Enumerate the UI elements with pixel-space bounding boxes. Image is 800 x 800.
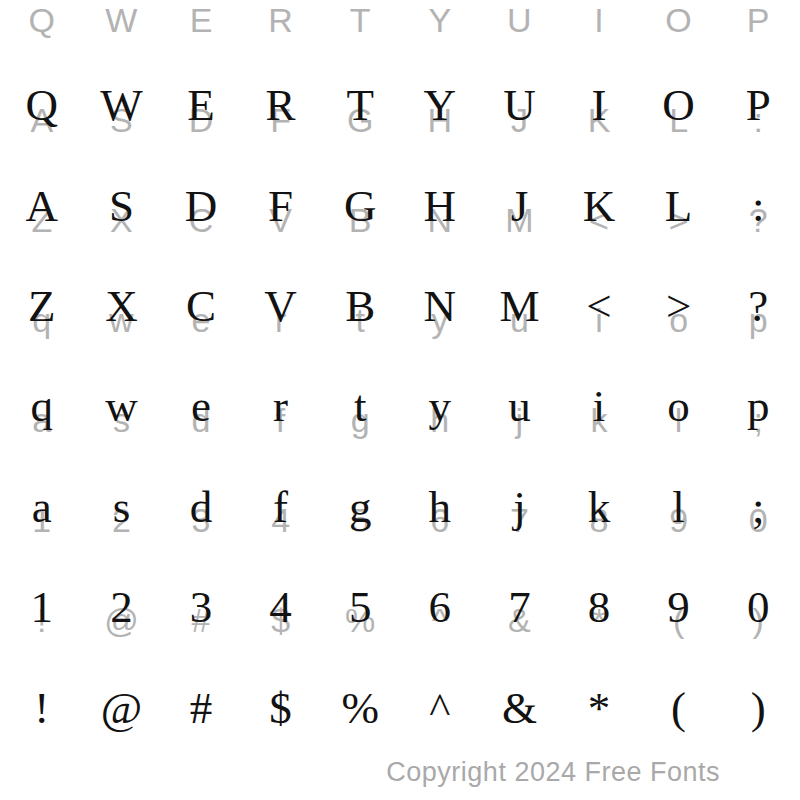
specimen-glyph: g — [320, 457, 400, 557]
specimen-glyph: 6 — [400, 557, 480, 657]
specimen-glyph: M — [480, 256, 560, 356]
specimen-glyph: o — [639, 356, 719, 456]
specimen-glyph: $ — [241, 657, 321, 757]
specimen-glyph: Z — [2, 256, 82, 356]
specimen-glyph: @ — [82, 657, 162, 757]
specimen-glyph: u — [480, 356, 560, 456]
specimen-glyph: G — [320, 155, 400, 255]
specimen-glyph: y — [400, 356, 480, 456]
specimen-glyph: ) — [718, 657, 798, 757]
specimen-glyph: C — [161, 256, 241, 356]
specimen-glyph: 3 — [161, 557, 241, 657]
specimen-glyph: Y — [400, 55, 480, 155]
specimen-glyph: # — [161, 657, 241, 757]
specimen-glyph: ! — [2, 657, 82, 757]
specimen-glyph: & — [480, 657, 560, 757]
specimen-glyph: l — [639, 457, 719, 557]
font-specimen-sheet: QWERTYUIOPASDFGHJKL:ZXCVBNM<>?qwertyuiop… — [0, 0, 800, 800]
specimen-glyph: i — [559, 356, 639, 456]
specimen-glyph: O — [639, 55, 719, 155]
copyright-watermark: Copyright 2024 Free Fonts — [386, 757, 720, 788]
specimen-glyph: 0 — [718, 557, 798, 657]
specimen-glyph: Q — [2, 55, 82, 155]
specimen-glyph: 5 — [320, 557, 400, 657]
specimen-glyph: ; — [718, 457, 798, 557]
specimen-glyph: P — [718, 55, 798, 155]
specimen-glyph: < — [559, 256, 639, 356]
specimen-glyph: A — [2, 155, 82, 255]
specimen-glyph: 8 — [559, 557, 639, 657]
specimen-glyph: ^ — [400, 657, 480, 757]
specimen-glyph: p — [718, 356, 798, 456]
specimen-glyph: N — [400, 256, 480, 356]
specimen-glyph: q — [2, 356, 82, 456]
specimen-glyph: * — [559, 657, 639, 757]
specimen-glyph: s — [82, 457, 162, 557]
specimen-glyph: w — [82, 356, 162, 456]
specimen-glyph: X — [82, 256, 162, 356]
specimen-glyph: K — [559, 155, 639, 255]
specimen-glyph: S — [82, 155, 162, 255]
specimen-glyph: 9 — [639, 557, 719, 657]
specimen-glyph: : — [718, 155, 798, 255]
specimen-glyph: j — [480, 457, 560, 557]
specimen-glyph: V — [241, 256, 321, 356]
specimen-glyph: e — [161, 356, 241, 456]
specimen-glyph: E — [161, 55, 241, 155]
specimen-glyph: T — [320, 55, 400, 155]
specimen-glyph: F — [241, 155, 321, 255]
specimen-glyph: U — [480, 55, 560, 155]
specimen-glyph: a — [2, 457, 82, 557]
specimen-glyph: r — [241, 356, 321, 456]
specimen-glyph: h — [400, 457, 480, 557]
specimen-glyph: % — [320, 657, 400, 757]
specimen-glyph: t — [320, 356, 400, 456]
specimen-glyph: > — [639, 256, 719, 356]
specimen-glyph: 7 — [480, 557, 560, 657]
specimen-glyph: ( — [639, 657, 719, 757]
specimen-glyph: 2 — [82, 557, 162, 657]
specimen-glyph: d — [161, 457, 241, 557]
specimen-glyph: ? — [718, 256, 798, 356]
specimen-glyph: I — [559, 55, 639, 155]
specimen-glyph: B — [320, 256, 400, 356]
main-glyph-layer: QWERTYUIOPASDFGHJKL:ZXCVBNM<>?qwertyuiop… — [2, 55, 798, 758]
specimen-glyph: 4 — [241, 557, 321, 657]
specimen-glyph: L — [639, 155, 719, 255]
specimen-glyph: k — [559, 457, 639, 557]
specimen-glyph: f — [241, 457, 321, 557]
specimen-glyph: H — [400, 155, 480, 255]
specimen-glyph: D — [161, 155, 241, 255]
specimen-glyph: R — [241, 55, 321, 155]
specimen-glyph: J — [480, 155, 560, 255]
specimen-glyph: 1 — [2, 557, 82, 657]
specimen-glyph: W — [82, 55, 162, 155]
